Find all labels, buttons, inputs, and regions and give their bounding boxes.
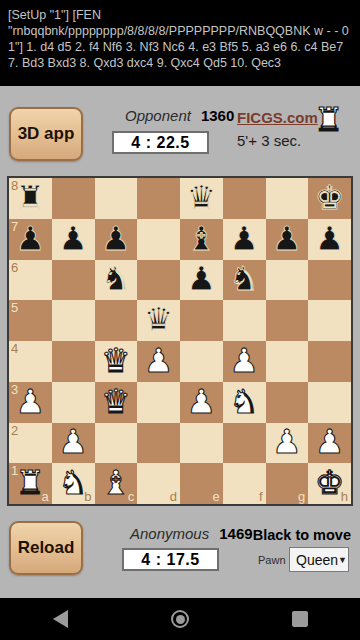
square-c8[interactable] [95,178,138,219]
square-g7[interactable]: ♟ [266,219,309,260]
square-g3[interactable] [266,382,309,423]
square-c6[interactable]: ♞ [95,260,138,301]
square-g4[interactable] [266,341,309,382]
piece-black-pawn[interactable]: ♟ [101,222,131,255]
reload-button[interactable]: Reload [9,521,83,575]
square-a2[interactable]: 2 [9,423,52,464]
rook-icon: ♜ [314,101,344,139]
square-e3[interactable]: ♟ [180,382,223,423]
square-d2[interactable] [137,423,180,464]
square-f2[interactable] [223,423,266,464]
file-label-g: g [298,489,305,504]
file-label-d: d [170,489,177,504]
square-a8[interactable]: 8♜ [9,178,52,219]
piece-white-pawn[interactable]: ♟ [315,425,345,458]
3d-app-button[interactable]: 3D app [9,107,83,161]
square-e8[interactable]: ♛ [180,178,223,219]
piece-white-queen[interactable]: ♛ [101,344,131,377]
piece-black-bishop[interactable]: ♝ [187,222,217,255]
player-rating: 1469 [219,525,252,542]
square-e5[interactable] [180,300,223,341]
square-c1[interactable]: c♝ [95,463,138,504]
nav-recents-icon[interactable] [292,611,308,627]
rank-label-4: 4 [11,341,18,356]
nav-home-icon[interactable] [171,610,189,628]
square-b2[interactable]: ♟ [52,423,95,464]
piece-white-pawn[interactable]: ♟ [272,425,302,458]
opponent-rating: 1360 [201,107,234,124]
square-b7[interactable]: ♟ [52,219,95,260]
square-g2[interactable]: ♟ [266,423,309,464]
square-g1[interactable]: g [266,463,309,504]
square-g6[interactable] [266,260,309,301]
chess-board: 8♜♛♚7♟♟♟♝♟♟♟6♞♟♞5♛4♛♟♟3♟♛♟♞2♟♟♟1a♜b♞c♝de… [7,176,353,506]
piece-black-pawn[interactable]: ♟ [58,222,88,255]
piece-white-bishop[interactable]: ♝ [101,466,131,499]
square-e6[interactable]: ♟ [180,260,223,301]
square-e2[interactable] [180,423,223,464]
nav-back-icon[interactable] [53,610,68,628]
square-a4[interactable]: 4 [9,341,52,382]
piece-white-pawn[interactable]: ♟ [58,425,88,458]
piece-white-king[interactable]: ♚ [315,466,345,499]
square-a3[interactable]: 3♟ [9,382,52,423]
square-h4[interactable] [308,341,351,382]
square-g8[interactable] [266,178,309,219]
square-c5[interactable] [95,300,138,341]
rank-label-5: 5 [11,300,18,315]
square-f3[interactable]: ♞ [223,382,266,423]
square-a5[interactable]: 5 [9,300,52,341]
square-h1[interactable]: h♚ [308,463,351,504]
square-h7[interactable]: ♟ [308,219,351,260]
square-h5[interactable] [308,300,351,341]
square-b1[interactable]: b♞ [52,463,95,504]
square-b3[interactable] [52,382,95,423]
chevron-down-icon: ▼ [338,555,347,565]
square-c7[interactable]: ♟ [95,219,138,260]
square-e7[interactable]: ♝ [180,219,223,260]
piece-black-pawn[interactable]: ♟ [16,222,46,255]
piece-white-pawn[interactable]: ♟ [144,344,174,377]
piece-white-pawn[interactable]: ♟ [187,385,217,418]
piece-white-queen[interactable]: ♛ [101,385,131,418]
time-control-text: 5'+ 3 sec. [237,132,301,149]
android-nav-bar [0,598,360,640]
piece-black-pawn[interactable]: ♟ [187,262,217,295]
square-e1[interactable]: e [180,463,223,504]
file-label-f: f [259,489,263,504]
square-h3[interactable] [308,382,351,423]
square-h6[interactable] [308,260,351,301]
file-label-e: e [213,489,220,504]
square-d5[interactable]: ♛ [137,300,180,341]
square-b5[interactable] [52,300,95,341]
turn-indicator: Black to move [253,527,351,543]
piece-black-pawn[interactable]: ♟ [315,222,345,255]
square-e4[interactable] [180,341,223,382]
square-d3[interactable] [137,382,180,423]
square-d6[interactable] [137,260,180,301]
rank-label-2: 2 [11,423,18,438]
square-c4[interactable]: ♛ [95,341,138,382]
square-f7[interactable]: ♟ [223,219,266,260]
piece-white-knight[interactable]: ♞ [58,466,88,499]
opponent-clock: 4 : 22.5 [112,131,209,154]
nav-home-dot [176,615,185,624]
promotion-select[interactable]: Queen ▼ [289,547,349,572]
square-f1[interactable]: f [223,463,266,504]
rank-label-6: 6 [11,260,18,275]
opponent-label: Opponent [125,107,191,124]
promotion-label: Pawn [258,554,286,566]
square-f4[interactable]: ♟ [223,341,266,382]
piece-black-knight[interactable]: ♞ [229,262,259,295]
promotion-value: Queen [296,552,338,568]
piece-black-pawn[interactable]: ♟ [229,222,259,255]
opponent-line: Opponent 1360 [125,107,234,124]
pgn-header: [SetUp "1"] [FEN "rnbqqbnk/pppppppp/8/8/… [0,0,360,86]
square-f5[interactable] [223,300,266,341]
square-f8[interactable] [223,178,266,219]
square-d1[interactable]: d [137,463,180,504]
piece-white-rook[interactable]: ♜ [16,466,46,499]
piece-white-pawn[interactable]: ♟ [229,344,259,377]
piece-white-pawn[interactable]: ♟ [16,385,46,418]
player-clock: 4 : 17.5 [122,548,219,571]
piece-black-rook[interactable]: ♜ [16,181,46,214]
square-c3[interactable]: ♛ [95,382,138,423]
square-a7[interactable]: 7♟ [9,219,52,260]
piece-white-knight[interactable]: ♞ [229,385,259,418]
square-a6[interactable]: 6 [9,260,52,301]
piece-black-pawn[interactable]: ♟ [272,222,302,255]
piece-black-queen[interactable]: ♛ [144,303,174,336]
square-d7[interactable] [137,219,180,260]
square-d4[interactable]: ♟ [137,341,180,382]
square-h8[interactable]: ♚ [308,178,351,219]
square-b8[interactable] [52,178,95,219]
piece-black-knight[interactable]: ♞ [101,262,131,295]
square-b4[interactable] [52,341,95,382]
player-name: Anonymous [130,525,209,542]
piece-black-king[interactable]: ♚ [315,181,345,214]
square-a1[interactable]: 1a♜ [9,463,52,504]
player-line: Anonymous 1469 [130,525,253,542]
square-h2[interactable]: ♟ [308,423,351,464]
square-c2[interactable] [95,423,138,464]
square-b6[interactable] [52,260,95,301]
square-f6[interactable]: ♞ [223,260,266,301]
square-d8[interactable] [137,178,180,219]
piece-black-queen[interactable]: ♛ [187,181,217,214]
ficgs-link[interactable]: FICGS.com [237,109,318,126]
square-g5[interactable] [266,300,309,341]
